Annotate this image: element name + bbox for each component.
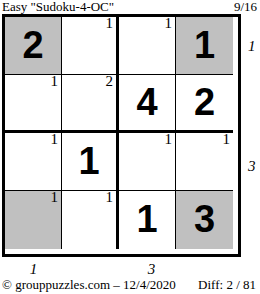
header: Easy "Sudoku-4-OC" 9/16: [2, 0, 257, 14]
puzzle-title: Easy "Sudoku-4-OC": [2, 0, 114, 14]
cell-r3c2[interactable]: 1: [62, 133, 119, 191]
cell-r2c1[interactable]: 1: [5, 75, 62, 133]
row-label-1: 1: [248, 39, 260, 54]
cell-r4c1[interactable]: 1: [5, 191, 62, 249]
pencil-mark: 1: [51, 132, 59, 147]
pencil-mark: 2: [106, 74, 114, 89]
given-digit: 4: [119, 75, 175, 130]
cell-r2c2[interactable]: 2: [62, 75, 119, 133]
cell-r1c2[interactable]: 1: [62, 17, 119, 75]
cell-r3c4[interactable]: 1: [176, 133, 233, 191]
col-label-1: 1: [24, 262, 44, 277]
board: 2111124211111113 1313: [2, 14, 241, 257]
cell-r3c3[interactable]: 1: [119, 133, 176, 191]
pencil-mark: 1: [165, 132, 173, 147]
col-label-3: 3: [142, 262, 162, 277]
difficulty-text: Diff: 2 / 81: [198, 278, 256, 292]
pencil-mark: 1: [51, 190, 59, 205]
cell-r1c1[interactable]: 2: [5, 17, 62, 75]
pencil-mark: 1: [106, 16, 114, 31]
cell-r2c3[interactable]: 4: [119, 75, 176, 133]
cell-r4c3[interactable]: 1: [119, 191, 176, 249]
pencil-mark: 1: [51, 74, 59, 89]
cell-r2c4[interactable]: 2: [176, 75, 233, 133]
given-digit: 1: [62, 133, 116, 190]
given-digit: 1: [176, 17, 233, 74]
pencil-mark: 1: [165, 16, 173, 31]
puzzle-page: Easy "Sudoku-4-OC" 9/16 2111124211111113…: [0, 0, 260, 294]
cell-r4c2[interactable]: 1: [62, 191, 119, 249]
cell-r1c3[interactable]: 1: [119, 17, 176, 75]
given-digit: 2: [5, 17, 61, 74]
row-label-3: 3: [248, 159, 260, 174]
given-digit: 1: [119, 191, 175, 249]
pencil-mark: 1: [106, 190, 114, 205]
cell-r1c4[interactable]: 1: [176, 17, 233, 75]
given-digit: 2: [176, 75, 233, 130]
pencil-mark: 1: [223, 132, 231, 147]
sudoku-grid: 2111124211111113: [2, 14, 241, 257]
cell-r4c4[interactable]: 3: [176, 191, 233, 249]
footer: © grouppuzzles.com – 12/4/2020 Diff: 2 /…: [2, 278, 256, 292]
given-digit: 3: [176, 191, 233, 249]
copyright-text: © grouppuzzles.com – 12/4/2020: [2, 278, 176, 292]
page-number: 9/16: [234, 0, 257, 14]
cell-r3c1[interactable]: 1: [5, 133, 62, 191]
